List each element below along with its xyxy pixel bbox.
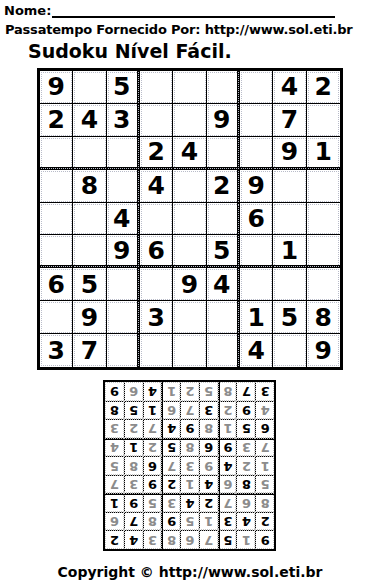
solution-cell-r1c8: 4 [124,530,143,549]
solution-cell-r9c3: 8 [218,382,237,401]
puzzle-cell-r4c8[interactable] [273,170,306,203]
puzzle-cell-r5c4[interactable] [140,203,173,236]
name-label: Nome: [4,3,51,18]
puzzle-cell-r5c9[interactable] [307,203,340,236]
solution-cell-r1c6: 8 [161,530,180,549]
puzzle-cell-r5c6[interactable] [207,203,240,236]
puzzle-cell-r6c3[interactable]: 9 [107,235,140,268]
puzzle-cell-r9c3[interactable] [107,334,140,367]
solution-cell-r5c3: 4 [218,456,237,475]
solution-cell-r4c5: 1 [180,475,199,494]
puzzle-cell-r6c7[interactable] [240,235,273,268]
solution-cell-r6c4: 6 [199,438,218,457]
solution-cell-r8c1: 4 [255,401,274,420]
puzzle-cell-r4c6[interactable]: 2 [207,170,240,203]
solution-cell-r3c1: 8 [255,493,274,512]
puzzle-cell-r7c4[interactable] [140,268,173,301]
puzzle-cell-r3c7[interactable] [240,137,273,170]
puzzle-cell-r3c6[interactable] [207,137,240,170]
solution-cell-r9c7: 4 [143,382,162,401]
solution-cell-r1c7: 3 [143,530,162,549]
puzzle-cell-r2c4[interactable] [140,104,173,137]
puzzle-cell-r9c6[interactable] [207,334,240,367]
solution-cell-r2c7: 8 [143,512,162,531]
puzzle-cell-r6c8[interactable]: 1 [273,235,306,268]
copyright-text: Copyright © http://www.sol.eti.br [0,564,380,580]
solution-cell-r2c5: 5 [180,512,199,531]
puzzle-cell-r6c4[interactable]: 6 [140,235,173,268]
puzzle-cell-r1c7[interactable] [240,71,273,104]
puzzle-cell-r4c1[interactable] [40,170,73,203]
solution-cell-r9c1: 3 [255,382,274,401]
puzzle-cell-r8c5[interactable] [173,301,206,334]
puzzle-cell-r4c3[interactable] [107,170,140,203]
solution-cell-r1c2: 1 [236,530,255,549]
puzzle-cell-r7c1[interactable]: 6 [40,268,73,301]
puzzle-cell-r7c5[interactable]: 9 [173,268,206,301]
puzzle-cell-r5c2[interactable] [73,203,106,236]
solution-cell-r5c2: 2 [236,456,255,475]
puzzle-cell-r9c5[interactable] [173,334,206,367]
solution-cell-r9c9: 9 [105,382,124,401]
solution-cell-r2c8: 7 [124,512,143,531]
solution-cell-r6c1: 7 [255,438,274,457]
puzzle-cell-r2c7[interactable] [240,104,273,137]
solution-cell-r7c6: 4 [161,419,180,438]
solution-cell-r4c1: 5 [255,475,274,494]
name-row: Nome: [4,3,376,18]
puzzle-cell-r8c3[interactable] [107,301,140,334]
solution-cell-r4c9: 7 [105,475,124,494]
solution-cell-r8c4: 3 [199,401,218,420]
solution-cell-r3c8: 9 [124,493,143,512]
solution-cell-r1c4: 7 [199,530,218,549]
puzzle-cell-r2c3[interactable]: 3 [107,104,140,137]
solution-cell-r5c7: 6 [143,456,162,475]
puzzle-cell-r3c3[interactable] [107,137,140,170]
puzzle-cell-r4c5[interactable] [173,170,206,203]
solution-cell-r8c5: 7 [180,401,199,420]
puzzle-cell-r5c3[interactable]: 4 [107,203,140,236]
solution-cell-r2c2: 4 [236,512,255,531]
solution-cell-r9c6: 1 [161,382,180,401]
puzzle-cell-r2c9[interactable] [307,104,340,137]
solution-cell-r7c5: 9 [180,419,199,438]
solution-cell-r4c6: 2 [161,475,180,494]
puzzle-cell-r2c6[interactable]: 9 [207,104,240,137]
name-blank-line[interactable] [52,4,335,18]
puzzle-cell-r3c4[interactable]: 2 [140,137,173,170]
solution-cell-r6c7: 2 [143,438,162,457]
page-title: Sudoku Nível Fácil. [28,40,380,62]
solution-cell-r3c9: 1 [105,493,124,512]
puzzle-cell-r9c1[interactable]: 3 [40,334,73,367]
puzzle-cell-r1c3[interactable]: 5 [107,71,140,104]
solution-cell-r2c6: 9 [161,512,180,531]
solution-cell-r5c1: 1 [255,456,274,475]
puzzle-cell-r7c6[interactable]: 4 [207,268,240,301]
puzzle-cell-r7c8[interactable] [273,268,306,301]
puzzle-cell-r8c1[interactable] [40,301,73,334]
solution-cell-r1c3: 5 [218,530,237,549]
solution-cell-r5c9: 5 [105,456,124,475]
solution-cell-r6c8: 1 [124,438,143,457]
solution-cell-r2c1: 2 [255,512,274,531]
solution-cell-r4c8: 3 [124,475,143,494]
solution-cell-r8c3: 2 [218,401,237,420]
puzzle-cell-r1c6[interactable] [207,71,240,104]
solution-cell-r4c2: 8 [236,475,255,494]
solution-cell-r4c4: 4 [199,475,218,494]
solution-cell-r7c4: 8 [199,419,218,438]
solution-cell-r3c5: 4 [180,493,199,512]
solution-cell-r7c7: 7 [143,419,162,438]
puzzle-cell-r9c4[interactable] [140,334,173,367]
puzzle-cell-r6c2[interactable] [73,235,106,268]
puzzle-cell-r5c7[interactable]: 6 [240,203,273,236]
solution-cell-r8c6: 6 [161,401,180,420]
solution-cell-r5c4: 9 [199,456,218,475]
worksheet-page: Nome: Passatempo Fornecido Por: http://w… [0,3,380,585]
solution-cell-r7c9: 3 [105,419,124,438]
solution-cell-r7c8: 2 [124,419,143,438]
solution-cell-r5c6: 7 [161,456,180,475]
puzzle-cell-r7c2[interactable]: 5 [73,268,106,301]
solution-cell-r3c4: 2 [199,493,218,512]
solution-cell-r6c5: 8 [180,438,199,457]
solution-cell-r6c9: 4 [105,438,124,457]
solution-cell-r9c5: 2 [180,382,199,401]
puzzle-cell-r1c4[interactable] [140,71,173,104]
puzzle-cell-r6c9[interactable] [307,235,340,268]
solution-cell-r2c3: 3 [218,512,237,531]
puzzle-cell-r8c9[interactable]: 8 [307,301,340,334]
puzzle-cell-r4c2[interactable]: 8 [73,170,106,203]
puzzle-cell-r5c1[interactable] [40,203,73,236]
puzzle-cell-r3c1[interactable] [40,137,73,170]
puzzle-cell-r4c9[interactable] [307,170,340,203]
puzzle-cell-r8c8[interactable]: 5 [273,301,306,334]
puzzle-cell-r7c3[interactable] [107,268,140,301]
puzzle-cell-r8c4[interactable]: 3 [140,301,173,334]
sudoku-puzzle-grid: 954224397249184294696516594931583749 [37,68,343,370]
puzzle-cell-r8c7[interactable]: 1 [240,301,273,334]
solution-cell-r3c3: 7 [218,493,237,512]
puzzle-cell-r7c9[interactable] [307,268,340,301]
puzzle-cell-r4c4[interactable]: 4 [140,170,173,203]
puzzle-cell-r1c5[interactable] [173,71,206,104]
solution-cell-r7c2: 5 [236,419,255,438]
puzzle-cell-r2c2[interactable]: 4 [73,104,106,137]
puzzle-cell-r6c1[interactable] [40,235,73,268]
solution-cell-r9c8: 6 [124,382,143,401]
puzzle-cell-r1c1[interactable]: 9 [40,71,73,104]
puzzle-cell-r9c8[interactable] [273,334,306,367]
solution-cell-r9c4: 5 [199,382,218,401]
puzzle-cell-r6c5[interactable] [173,235,206,268]
solution-cell-r4c7: 9 [143,475,162,494]
puzzle-cell-r4c7[interactable]: 9 [240,170,273,203]
puzzle-cell-r2c8[interactable]: 7 [273,104,306,137]
solution-cell-r1c5: 6 [180,530,199,549]
solution-cell-r9c2: 7 [236,382,255,401]
solution-cell-r2c9: 6 [105,512,124,531]
puzzle-cell-r9c7[interactable]: 4 [240,334,273,367]
solution-cell-r2c4: 1 [199,512,218,531]
solution-cell-r3c6: 3 [161,493,180,512]
puzzle-cell-r8c2[interactable]: 9 [73,301,106,334]
sudoku-solution-grid-rotated: 9157683422431598768672435915864129371249… [103,380,276,551]
puzzle-cell-r5c5[interactable] [173,203,206,236]
puzzle-cell-r7c7[interactable] [240,268,273,301]
puzzle-cell-r2c5[interactable] [173,104,206,137]
solution-cell-r1c9: 2 [105,530,124,549]
puzzle-cell-r3c9[interactable]: 1 [307,137,340,170]
puzzle-cell-r6c6[interactable]: 5 [207,235,240,268]
solution-cell-r3c2: 6 [236,493,255,512]
puzzle-cell-r3c5[interactable]: 4 [173,137,206,170]
solution-cell-r7c1: 6 [255,419,274,438]
solution-cell-r5c8: 8 [124,456,143,475]
solution-cell-r8c7: 1 [143,401,162,420]
solution-cell-r6c6: 5 [161,438,180,457]
solution-cell-r7c3: 1 [218,419,237,438]
solution-cell-r6c3: 9 [218,438,237,457]
puzzle-cell-r1c8[interactable]: 4 [273,71,306,104]
puzzle-cell-r2c1[interactable]: 2 [40,104,73,137]
solution-cell-r4c3: 6 [218,475,237,494]
solution-cell-r6c2: 3 [236,438,255,457]
solution-cell-r5c5: 3 [180,456,199,475]
puzzle-cell-r9c2[interactable]: 7 [73,334,106,367]
puzzle-cell-r8c6[interactable] [207,301,240,334]
solution-cell-r1c1: 9 [255,530,274,549]
puzzle-cell-r5c8[interactable] [273,203,306,236]
solution-cell-r8c9: 8 [105,401,124,420]
puzzle-cell-r3c2[interactable] [73,137,106,170]
puzzle-cell-r3c8[interactable]: 9 [273,137,306,170]
puzzle-cell-r1c9[interactable]: 2 [307,71,340,104]
puzzle-cell-r1c2[interactable] [73,71,106,104]
puzzle-cell-r9c9[interactable]: 9 [307,334,340,367]
solution-cell-r3c7: 5 [143,493,162,512]
provided-by-text: Passatempo Fornecido Por: http://www.sol… [5,22,380,37]
solution-cell-r8c8: 5 [124,401,143,420]
solution-cell-r8c2: 9 [236,401,255,420]
